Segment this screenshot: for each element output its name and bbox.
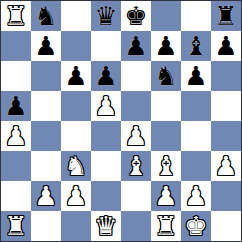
square-b3[interactable] <box>31 151 61 181</box>
piece-white-pawn[interactable]: ♟ <box>4 121 27 151</box>
piece-black-knight[interactable]: ♞ <box>154 61 177 91</box>
square-c4[interactable] <box>61 121 91 151</box>
square-f2[interactable]: ♟ <box>151 181 181 211</box>
square-d4[interactable] <box>91 121 121 151</box>
square-b7[interactable]: ♟ <box>31 31 61 61</box>
piece-black-pawn[interactable]: ♟ <box>124 31 147 61</box>
square-b8[interactable]: ♞ <box>31 1 61 31</box>
piece-white-rook[interactable]: ♜ <box>4 1 27 31</box>
square-f5[interactable] <box>151 91 181 121</box>
square-g5[interactable] <box>181 91 211 121</box>
square-a2[interactable] <box>1 181 31 211</box>
square-b1[interactable] <box>31 211 61 241</box>
square-h5[interactable] <box>211 91 241 121</box>
piece-black-pawn[interactable]: ♟ <box>94 61 117 91</box>
piece-white-pawn[interactable]: ♟ <box>124 121 147 151</box>
piece-white-pawn[interactable]: ♟ <box>64 181 87 211</box>
square-e1[interactable] <box>121 211 151 241</box>
square-f7[interactable]: ♟ <box>151 31 181 61</box>
square-e4[interactable]: ♟ <box>121 121 151 151</box>
square-d7[interactable] <box>91 31 121 61</box>
piece-white-rook[interactable]: ♜ <box>4 211 27 241</box>
piece-black-bishop[interactable]: ♝ <box>184 31 207 61</box>
square-g8[interactable] <box>181 1 211 31</box>
square-g3[interactable] <box>181 151 211 181</box>
piece-white-pawn[interactable]: ♟ <box>214 151 237 181</box>
piece-white-pawn[interactable]: ♟ <box>154 181 177 211</box>
square-g2[interactable]: ♟ <box>181 181 211 211</box>
square-h6[interactable] <box>211 61 241 91</box>
square-h4[interactable] <box>211 121 241 151</box>
square-a5[interactable]: ♟ <box>1 91 31 121</box>
square-h2[interactable] <box>211 181 241 211</box>
piece-black-knight[interactable]: ♞ <box>34 1 57 31</box>
square-f6[interactable]: ♞ <box>151 61 181 91</box>
square-f4[interactable] <box>151 121 181 151</box>
piece-black-pawn[interactable]: ♟ <box>4 91 27 121</box>
square-f3[interactable]: ♝ <box>151 151 181 181</box>
square-b2[interactable]: ♟ <box>31 181 61 211</box>
square-c3[interactable]: ♞ <box>61 151 91 181</box>
square-a3[interactable] <box>1 151 31 181</box>
square-c7[interactable] <box>61 31 91 61</box>
piece-white-bishop[interactable]: ♝ <box>124 151 147 181</box>
square-h3[interactable]: ♟ <box>211 151 241 181</box>
piece-black-king[interactable]: ♚ <box>124 1 147 31</box>
square-d3[interactable] <box>91 151 121 181</box>
piece-black-pawn[interactable]: ♟ <box>64 61 87 91</box>
square-e3[interactable]: ♝ <box>121 151 151 181</box>
piece-white-queen[interactable]: ♛ <box>94 211 117 241</box>
square-a1[interactable]: ♜ <box>1 211 31 241</box>
piece-black-pawn[interactable]: ♟ <box>34 31 57 61</box>
piece-white-king[interactable]: ♚ <box>184 211 207 241</box>
square-f8[interactable] <box>151 1 181 31</box>
piece-black-queen[interactable]: ♛ <box>94 1 117 31</box>
piece-white-pawn[interactable]: ♟ <box>34 181 57 211</box>
square-d8[interactable]: ♛ <box>91 1 121 31</box>
square-a7[interactable] <box>1 31 31 61</box>
piece-black-rook[interactable]: ♜ <box>214 1 237 31</box>
square-d5[interactable]: ♟ <box>91 91 121 121</box>
square-g7[interactable]: ♝ <box>181 31 211 61</box>
chess-board: ♜♞♛♚♜♟♟♟♝♟♟♟♞♟♟♟♟♟♞♝♝♟♟♟♟♟♜♛♜♚ <box>0 0 242 242</box>
square-c2[interactable]: ♟ <box>61 181 91 211</box>
square-a8[interactable]: ♜ <box>1 1 31 31</box>
square-a4[interactable]: ♟ <box>1 121 31 151</box>
square-h8[interactable]: ♜ <box>211 1 241 31</box>
square-e7[interactable]: ♟ <box>121 31 151 61</box>
square-e2[interactable] <box>121 181 151 211</box>
square-d2[interactable] <box>91 181 121 211</box>
square-e8[interactable]: ♚ <box>121 1 151 31</box>
square-d1[interactable]: ♛ <box>91 211 121 241</box>
square-b6[interactable] <box>31 61 61 91</box>
square-g4[interactable] <box>181 121 211 151</box>
piece-white-bishop[interactable]: ♝ <box>154 151 177 181</box>
square-c5[interactable] <box>61 91 91 121</box>
square-e5[interactable] <box>121 91 151 121</box>
square-b5[interactable] <box>31 91 61 121</box>
piece-black-pawn[interactable]: ♟ <box>184 61 207 91</box>
piece-white-pawn[interactable]: ♟ <box>94 91 117 121</box>
square-h7[interactable]: ♟ <box>211 31 241 61</box>
square-d6[interactable]: ♟ <box>91 61 121 91</box>
square-e6[interactable] <box>121 61 151 91</box>
square-b4[interactable] <box>31 121 61 151</box>
piece-white-pawn[interactable]: ♟ <box>184 181 207 211</box>
square-a6[interactable] <box>1 61 31 91</box>
square-c1[interactable] <box>61 211 91 241</box>
square-g6[interactable]: ♟ <box>181 61 211 91</box>
square-c8[interactable] <box>61 1 91 31</box>
square-f1[interactable]: ♜ <box>151 211 181 241</box>
piece-white-knight[interactable]: ♞ <box>64 151 87 181</box>
piece-black-pawn[interactable]: ♟ <box>214 31 237 61</box>
square-g1[interactable]: ♚ <box>181 211 211 241</box>
piece-white-rook[interactable]: ♜ <box>154 211 177 241</box>
square-h1[interactable] <box>211 211 241 241</box>
piece-black-pawn[interactable]: ♟ <box>154 31 177 61</box>
square-c6[interactable]: ♟ <box>61 61 91 91</box>
